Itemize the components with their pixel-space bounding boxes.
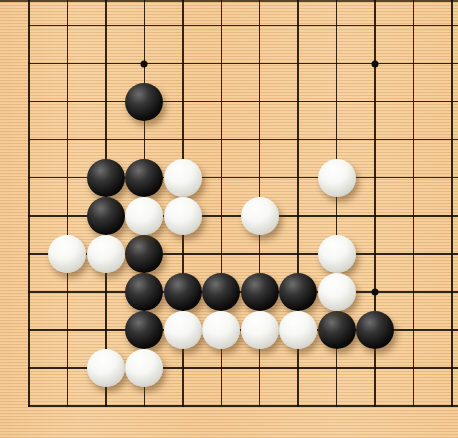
hoshi-point <box>372 288 379 295</box>
black-stone[interactable] <box>318 311 356 349</box>
white-stone[interactable] <box>318 273 356 311</box>
grid-line-horizontal <box>28 25 458 27</box>
white-stone[interactable] <box>279 311 317 349</box>
white-stone[interactable] <box>318 159 356 197</box>
grid-line-horizontal <box>28 101 458 103</box>
white-stone[interactable] <box>125 349 163 387</box>
white-stone[interactable] <box>87 235 125 273</box>
black-stone[interactable] <box>202 273 240 311</box>
white-stone[interactable] <box>164 197 202 235</box>
white-stone[interactable] <box>164 159 202 197</box>
black-stone[interactable] <box>241 273 279 311</box>
grid-line-horizontal <box>28 63 458 65</box>
grid-line-vertical <box>67 0 69 407</box>
white-stone[interactable] <box>202 311 240 349</box>
white-stone[interactable] <box>87 349 125 387</box>
hoshi-point <box>372 60 379 67</box>
hoshi-point <box>141 60 148 67</box>
white-stone[interactable] <box>48 235 86 273</box>
black-stone[interactable] <box>125 83 163 121</box>
black-stone[interactable] <box>87 159 125 197</box>
top-edge-line <box>0 0 458 2</box>
black-stone[interactable] <box>164 273 202 311</box>
white-stone[interactable] <box>318 235 356 273</box>
black-stone[interactable] <box>125 311 163 349</box>
black-stone[interactable] <box>125 159 163 197</box>
white-stone[interactable] <box>241 311 279 349</box>
grid-line-horizontal <box>28 405 458 407</box>
go-board[interactable] <box>0 0 458 438</box>
black-stone[interactable] <box>279 273 317 311</box>
black-stone[interactable] <box>125 273 163 311</box>
grid-line-vertical <box>451 0 453 407</box>
white-stone[interactable] <box>241 197 279 235</box>
black-stone[interactable] <box>87 197 125 235</box>
grid-line-horizontal <box>28 139 458 141</box>
black-stone[interactable] <box>356 311 394 349</box>
black-stone[interactable] <box>125 235 163 273</box>
grid-line-vertical <box>28 0 30 407</box>
grid-line-vertical <box>413 0 415 407</box>
white-stone[interactable] <box>125 197 163 235</box>
white-stone[interactable] <box>164 311 202 349</box>
